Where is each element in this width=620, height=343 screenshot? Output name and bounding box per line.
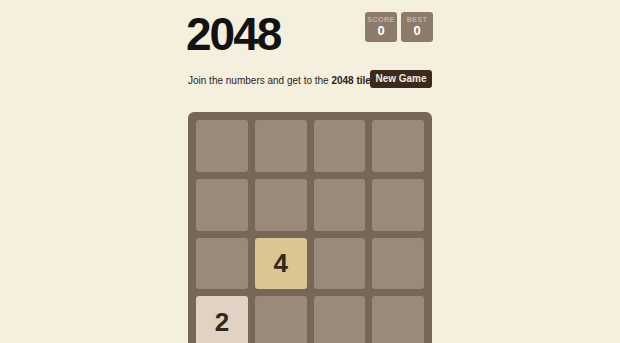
cell-empty bbox=[255, 179, 307, 231]
cell-empty bbox=[314, 238, 366, 290]
cell-empty bbox=[196, 179, 248, 231]
cell-empty bbox=[372, 238, 424, 290]
score-panel: SCORE 0 BEST 0 bbox=[365, 12, 433, 42]
cell-empty bbox=[196, 120, 248, 172]
cell-empty bbox=[314, 179, 366, 231]
cell-empty bbox=[196, 238, 248, 290]
cell-empty bbox=[372, 120, 424, 172]
intro-text: Join the numbers and get to the 2048 til… bbox=[188, 74, 374, 87]
cell-empty bbox=[255, 120, 307, 172]
best-value: 0 bbox=[413, 24, 420, 38]
cell-empty bbox=[255, 296, 307, 343]
tile-2: 2 bbox=[196, 296, 248, 343]
cell-empty bbox=[314, 296, 366, 343]
game-title: 2048 bbox=[186, 11, 280, 57]
new-game-button[interactable]: New Game bbox=[370, 70, 432, 88]
intro-text-plain: Join the numbers and get to the bbox=[188, 75, 331, 86]
cell-empty bbox=[372, 296, 424, 343]
page: 2048 SCORE 0 BEST 0 Join the numbers and… bbox=[0, 0, 620, 343]
tile-4: 4 bbox=[255, 238, 307, 290]
best-box: BEST 0 bbox=[401, 12, 433, 42]
cell-empty bbox=[372, 179, 424, 231]
cell-empty bbox=[314, 120, 366, 172]
score-value: 0 bbox=[377, 24, 384, 38]
score-box: SCORE 0 bbox=[365, 12, 397, 42]
game-board: 42 bbox=[188, 112, 432, 343]
intro-text-bold: 2048 tile! bbox=[331, 75, 374, 86]
